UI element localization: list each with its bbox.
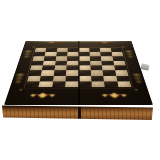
board-surface xyxy=(4,41,153,105)
top-border-inlay-icon xyxy=(101,42,108,43)
board-photo xyxy=(0,0,160,160)
corner-inlay-icon xyxy=(19,89,23,91)
wood-edge xyxy=(2,105,153,120)
corner-inlay-icon xyxy=(32,46,35,47)
board-square xyxy=(117,81,131,87)
arabesque-inlay-icon xyxy=(11,73,26,83)
medallion-inlay-icon xyxy=(28,92,58,97)
arabesque-inlay-icon xyxy=(21,50,34,58)
board-square xyxy=(52,81,66,87)
board-square xyxy=(104,81,118,87)
top-border-inlay-icon xyxy=(48,42,55,43)
corner-inlay-icon xyxy=(134,89,138,91)
board-perspective xyxy=(4,41,153,105)
board-square xyxy=(65,81,78,87)
wood-fold-gap xyxy=(78,105,81,120)
board-square xyxy=(39,81,53,87)
corner-inlay-icon xyxy=(122,46,125,47)
arabesque-inlay-icon xyxy=(130,73,145,83)
medallion-inlay-icon xyxy=(100,92,130,97)
fold-seam xyxy=(78,41,80,105)
board-square xyxy=(91,81,105,87)
board-square xyxy=(79,81,92,87)
arabesque-inlay-icon xyxy=(123,50,136,58)
